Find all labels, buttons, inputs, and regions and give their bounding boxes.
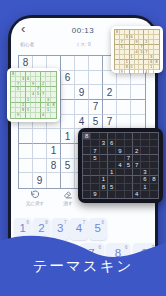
sudoku-cell-r9c9 bbox=[150, 191, 158, 198]
sudoku-board-beige: 836792574571316885194 bbox=[114, 29, 160, 70]
sudoku-cell-r5c1 bbox=[83, 162, 91, 169]
sudoku-cell-r3c5: 9 bbox=[116, 147, 124, 154]
sudoku-cell-r1c2 bbox=[91, 133, 99, 140]
promo-screenshot: ‹ 00:13 初心者 ミス: 0 836792574571316885194 … bbox=[0, 0, 166, 296]
sudoku-cell-r3c3 bbox=[100, 147, 108, 154]
sudoku-cell-r3c6 bbox=[125, 147, 133, 154]
sudoku-cell-r5c7: 7 bbox=[133, 162, 141, 169]
sudoku-cell-r7c5 bbox=[116, 176, 124, 183]
sudoku-cell-r5c2 bbox=[91, 162, 99, 169]
sudoku-cell-r9c3 bbox=[100, 191, 108, 198]
sudoku-cell-r3c8[interactable] bbox=[117, 85, 131, 100]
sudoku-cell-r3c4[interactable] bbox=[61, 85, 75, 100]
sudoku-cell-r7c4 bbox=[108, 176, 116, 183]
sudoku-cell-r4c7 bbox=[133, 155, 141, 162]
sudoku-cell-r5c6: 5 bbox=[125, 162, 133, 169]
sudoku-cell-r2c9 bbox=[150, 140, 158, 147]
sudoku-cell-r5c4 bbox=[108, 162, 116, 169]
sudoku-cell-r9c1[interactable] bbox=[19, 173, 33, 188]
theme-preview-dark: 836792574571316885194 bbox=[78, 128, 163, 203]
sudoku-cell-r6c3[interactable] bbox=[47, 129, 61, 144]
sudoku-cell-r5c9 bbox=[150, 162, 158, 169]
sudoku-cell-r4c8[interactable] bbox=[117, 100, 131, 115]
sudoku-cell-r7c9: 8 bbox=[150, 176, 158, 183]
erase-button[interactable]: 消す bbox=[57, 190, 79, 206]
sudoku-cell-r9c5 bbox=[116, 191, 124, 198]
sudoku-cell-r2c8 bbox=[141, 140, 149, 147]
sudoku-cell-r6c9 bbox=[150, 169, 158, 176]
sudoku-cell-r7c7 bbox=[133, 176, 141, 183]
sudoku-cell-r6c5 bbox=[116, 169, 124, 176]
sudoku-cell-r7c2 bbox=[91, 176, 99, 183]
sudoku-cell-r6c3 bbox=[100, 169, 108, 176]
sudoku-cell-r1c9 bbox=[150, 133, 158, 140]
sudoku-cell-r1c5 bbox=[116, 133, 124, 140]
sudoku-cell-r3c7[interactable]: 2 bbox=[103, 85, 117, 100]
sudoku-cell-r4c4 bbox=[108, 155, 116, 162]
sudoku-cell-r2c4: 6 bbox=[108, 140, 116, 147]
sudoku-cell-r8c8: 1 bbox=[141, 184, 149, 191]
sudoku-cell-r1c1: 8 bbox=[83, 133, 91, 140]
sudoku-cell-r8c9 bbox=[150, 184, 158, 191]
sudoku-cell-r9c4 bbox=[108, 191, 116, 198]
sudoku-cell-r3c9[interactable] bbox=[131, 85, 145, 100]
sudoku-cell-r4c9[interactable] bbox=[131, 100, 145, 115]
sudoku-cell-r4c1 bbox=[83, 155, 91, 162]
sudoku-cell-r6c6 bbox=[125, 169, 133, 176]
sudoku-cell-r7c1 bbox=[83, 176, 91, 183]
sudoku-cell-r2c2 bbox=[91, 140, 99, 147]
sudoku-cell-r1c7 bbox=[133, 133, 141, 140]
key-remaining-count: 7 bbox=[83, 220, 86, 225]
undo-label: 元に戻す bbox=[26, 201, 45, 206]
sudoku-cell-r2c5[interactable] bbox=[75, 71, 89, 86]
sudoku-cell-r6c4: 1 bbox=[108, 169, 116, 176]
sudoku-cell-r4c8 bbox=[141, 155, 149, 162]
sudoku-cell-r2c6 bbox=[125, 140, 133, 147]
undo-icon bbox=[30, 190, 40, 200]
sudoku-cell-r7c4[interactable] bbox=[61, 144, 75, 159]
sudoku-cell-r6c7 bbox=[133, 169, 141, 176]
key-remaining-count: 6 bbox=[26, 220, 29, 225]
sudoku-cell-r7c2[interactable] bbox=[33, 144, 47, 159]
sudoku-cell-r8c4: 5 bbox=[108, 184, 116, 191]
sudoku-cell-r5c5: 4 bbox=[116, 162, 124, 169]
sudoku-cell-r5c3 bbox=[100, 162, 108, 169]
sudoku-cell-r9c2: 9 bbox=[91, 191, 99, 198]
sudoku-cell-r9c7: 4 bbox=[133, 191, 141, 198]
sudoku-cell-r8c3[interactable]: 8 bbox=[47, 159, 61, 174]
sudoku-board-dark: 836792574571316885194 bbox=[82, 132, 159, 199]
sudoku-cell-r8c6 bbox=[125, 184, 133, 191]
sudoku-cell-r6c1 bbox=[83, 169, 91, 176]
sudoku-cell-r1c6 bbox=[125, 133, 133, 140]
sudoku-cell-r6c8: 3 bbox=[141, 169, 149, 176]
sudoku-cell-r2c1 bbox=[83, 140, 91, 147]
theme-preview-green: 836792574571316885194 bbox=[7, 68, 60, 122]
sudoku-cell-r5c4[interactable] bbox=[61, 115, 75, 130]
sudoku-cell-r8c7 bbox=[133, 184, 141, 191]
caption-theme-skins: テーマスキン bbox=[0, 257, 166, 276]
sudoku-cell-r4c5 bbox=[116, 155, 124, 162]
sudoku-cell-r7c3: 1 bbox=[100, 176, 108, 183]
sudoku-cell-r3c8 bbox=[141, 147, 149, 154]
sudoku-cell-r2c5 bbox=[116, 140, 124, 147]
sudoku-cell-r4c5[interactable] bbox=[75, 100, 89, 115]
sudoku-cell-r4c4[interactable] bbox=[61, 100, 75, 115]
sudoku-cell-r4c2: 5 bbox=[91, 155, 99, 162]
sudoku-cell-r1c4 bbox=[108, 133, 116, 140]
sudoku-cell-r3c7: 2 bbox=[133, 147, 141, 154]
sudoku-cell-r3c4 bbox=[108, 147, 116, 154]
sudoku-cell-r2c6[interactable] bbox=[89, 71, 103, 86]
sudoku-cell-r3c9 bbox=[150, 147, 158, 154]
sudoku-cell-r9c9 bbox=[51, 113, 56, 118]
sudoku-cell-r1c8 bbox=[141, 133, 149, 140]
undo-button[interactable]: 元に戻す bbox=[17, 190, 53, 206]
sudoku-cell-r1c3 bbox=[100, 133, 108, 140]
sudoku-cell-r7c3[interactable]: 1 bbox=[47, 144, 61, 159]
erase-label: 消す bbox=[63, 201, 72, 206]
sudoku-cell-r7c6 bbox=[125, 176, 133, 183]
sudoku-cell-r7c8: 6 bbox=[141, 176, 149, 183]
sudoku-cell-r4c7[interactable] bbox=[103, 100, 117, 115]
sudoku-cell-r1c6[interactable] bbox=[89, 56, 103, 71]
sudoku-cell-r9c3[interactable] bbox=[47, 173, 61, 188]
sudoku-cell-r4c6: 7 bbox=[125, 155, 133, 162]
sudoku-cell-r3c5[interactable]: 9 bbox=[75, 85, 89, 100]
sudoku-cell-r4c6[interactable]: 7 bbox=[89, 100, 103, 115]
eraser-icon bbox=[63, 190, 73, 200]
theme-preview-beige: 836792574571316885194 bbox=[111, 26, 163, 73]
sudoku-cell-r9c4[interactable] bbox=[61, 173, 75, 188]
sudoku-cell-r9c1 bbox=[83, 191, 91, 198]
sudoku-cell-r6c2[interactable] bbox=[33, 129, 47, 144]
sudoku-cell-r3c6[interactable] bbox=[89, 85, 103, 100]
sudoku-cell-r3c2: 7 bbox=[91, 147, 99, 154]
sudoku-cell-r7c1[interactable] bbox=[19, 144, 33, 159]
sudoku-cell-r9c9 bbox=[154, 70, 159, 74]
sudoku-cell-r8c4[interactable]: 5 bbox=[61, 159, 75, 174]
sudoku-cell-r9c2[interactable]: 9 bbox=[33, 173, 47, 188]
sudoku-cell-r1c5[interactable] bbox=[75, 56, 89, 71]
sudoku-cell-r9c6 bbox=[125, 191, 133, 198]
sudoku-cell-r6c2 bbox=[91, 169, 99, 176]
key-remaining-count: 6 bbox=[102, 220, 105, 225]
sudoku-cell-r4c3 bbox=[100, 155, 108, 162]
sudoku-cell-r8c1[interactable] bbox=[19, 159, 33, 174]
sudoku-cell-r3c1 bbox=[83, 147, 91, 154]
sudoku-cell-r2c4[interactable]: 6 bbox=[61, 71, 75, 86]
sudoku-board-green: 836792574571316885194 bbox=[10, 71, 57, 119]
sudoku-cell-r9c8 bbox=[141, 191, 149, 198]
sudoku-cell-r6c1[interactable] bbox=[19, 129, 33, 144]
sudoku-cell-r8c2[interactable] bbox=[33, 159, 47, 174]
sudoku-cell-r8c3: 8 bbox=[100, 184, 108, 191]
sudoku-cell-r6c4[interactable]: 1 bbox=[61, 129, 75, 144]
sudoku-cell-r1c4[interactable] bbox=[61, 56, 75, 71]
sudoku-cell-r8c1 bbox=[83, 184, 91, 191]
sudoku-cell-r8c5 bbox=[116, 184, 124, 191]
sudoku-cell-r2c3: 3 bbox=[100, 140, 108, 147]
key-remaining-count: 7 bbox=[64, 220, 67, 225]
sudoku-cell-r8c2 bbox=[91, 184, 99, 191]
sudoku-cell-r2c7 bbox=[133, 140, 141, 147]
sudoku-cell-r4c9 bbox=[150, 155, 158, 162]
key-remaining-count: 8 bbox=[45, 220, 48, 225]
sudoku-cell-r5c8 bbox=[141, 162, 149, 169]
